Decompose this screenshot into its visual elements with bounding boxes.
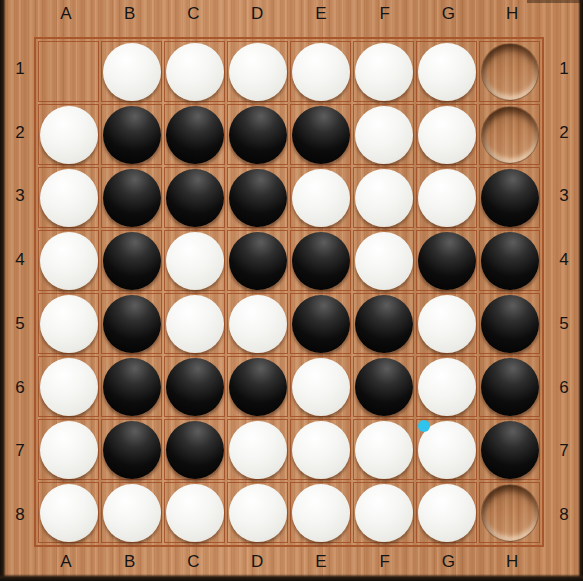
white-disc — [40, 358, 98, 416]
cell-C3[interactable] — [164, 167, 225, 228]
white-disc — [355, 421, 413, 479]
cell-D6[interactable] — [227, 356, 288, 417]
cell-B8[interactable] — [101, 482, 162, 543]
cell-D8[interactable] — [227, 482, 288, 543]
cell-D7[interactable] — [227, 419, 288, 480]
black-disc — [229, 232, 287, 290]
cell-G8[interactable] — [416, 482, 477, 543]
cell-B4[interactable] — [101, 230, 162, 291]
black-disc — [103, 295, 161, 353]
white-disc — [166, 484, 224, 542]
cell-H6[interactable] — [479, 356, 540, 417]
white-disc — [166, 295, 224, 353]
white-disc — [292, 358, 350, 416]
black-disc — [481, 295, 539, 353]
recessed-hole — [481, 484, 539, 542]
cell-G4[interactable] — [416, 230, 477, 291]
row-label-6: 6 — [8, 356, 32, 420]
cell-F7[interactable] — [353, 419, 414, 480]
row-label-8: 8 — [8, 483, 32, 547]
last-move-marker — [418, 420, 430, 432]
screen-edge-right — [578, 0, 583, 581]
black-disc — [481, 232, 539, 290]
black-disc — [103, 169, 161, 227]
cell-F1[interactable] — [353, 41, 414, 102]
row-label-2: 2 — [8, 101, 32, 165]
white-disc — [418, 295, 476, 353]
white-disc — [355, 484, 413, 542]
white-disc — [40, 295, 98, 353]
row-label-4: 4 — [552, 228, 576, 292]
cell-C4[interactable] — [164, 230, 225, 291]
row-label-8: 8 — [552, 483, 576, 547]
cell-E1[interactable] — [290, 41, 351, 102]
white-disc — [40, 232, 98, 290]
white-disc — [292, 169, 350, 227]
cell-D3[interactable] — [227, 167, 288, 228]
cell-C8[interactable] — [164, 482, 225, 543]
col-label-C: C — [162, 4, 226, 24]
col-label-C: C — [162, 552, 226, 572]
cell-B3[interactable] — [101, 167, 162, 228]
col-label-D: D — [225, 552, 289, 572]
cell-G5[interactable] — [416, 293, 477, 354]
cell-A8[interactable] — [38, 482, 99, 543]
cell-H7[interactable] — [479, 419, 540, 480]
col-label-H: H — [480, 552, 544, 572]
row-label-3: 3 — [8, 165, 32, 229]
black-disc — [418, 232, 476, 290]
cell-D5[interactable] — [227, 293, 288, 354]
cell-B7[interactable] — [101, 419, 162, 480]
cell-E5[interactable] — [290, 293, 351, 354]
cell-F8[interactable] — [353, 482, 414, 543]
row-label-4: 4 — [8, 228, 32, 292]
white-disc — [292, 43, 350, 101]
row-label-5: 5 — [552, 292, 576, 356]
col-label-H: H — [480, 4, 544, 24]
black-disc — [166, 106, 224, 164]
cell-G2[interactable] — [416, 104, 477, 165]
black-disc — [481, 358, 539, 416]
row-label-1: 1 — [8, 37, 32, 101]
black-disc — [229, 169, 287, 227]
white-disc — [229, 421, 287, 479]
black-disc — [292, 106, 350, 164]
cell-B5[interactable] — [101, 293, 162, 354]
black-disc — [481, 421, 539, 479]
cell-E3[interactable] — [290, 167, 351, 228]
white-disc — [418, 358, 476, 416]
white-disc — [418, 43, 476, 101]
black-disc — [103, 106, 161, 164]
board — [34, 37, 544, 547]
cell-F5[interactable] — [353, 293, 414, 354]
col-label-G: G — [417, 4, 481, 24]
row-label-7: 7 — [8, 420, 32, 484]
white-disc — [418, 106, 476, 164]
black-disc — [292, 295, 350, 353]
cell-A3[interactable] — [38, 167, 99, 228]
cell-G3[interactable] — [416, 167, 477, 228]
black-disc — [229, 358, 287, 416]
col-label-F: F — [353, 4, 417, 24]
white-disc — [229, 295, 287, 353]
row-label-5: 5 — [8, 292, 32, 356]
othello-app-screen: ABCDEFGH ABCDEFGH 12345678 12345678 — [0, 0, 583, 581]
cell-D2[interactable] — [227, 104, 288, 165]
white-disc — [40, 421, 98, 479]
col-label-B: B — [98, 4, 162, 24]
cell-E8[interactable] — [290, 482, 351, 543]
white-disc — [40, 484, 98, 542]
row-label-6: 6 — [552, 356, 576, 420]
black-disc — [166, 169, 224, 227]
white-disc — [166, 43, 224, 101]
black-disc — [103, 358, 161, 416]
cell-H8[interactable] — [479, 482, 540, 543]
white-disc — [166, 232, 224, 290]
cell-A1[interactable] — [38, 41, 99, 102]
col-label-G: G — [417, 552, 481, 572]
cell-H2[interactable] — [479, 104, 540, 165]
row-label-3: 3 — [552, 165, 576, 229]
row-label-1: 1 — [552, 37, 576, 101]
col-label-D: D — [225, 4, 289, 24]
white-disc — [355, 169, 413, 227]
col-label-E: E — [289, 552, 353, 572]
cell-H4[interactable] — [479, 230, 540, 291]
recessed-hole — [481, 106, 539, 164]
cell-B6[interactable] — [101, 356, 162, 417]
column-labels-top: ABCDEFGH — [34, 4, 544, 24]
cell-G7[interactable] — [416, 419, 477, 480]
screen-edge-bottom — [0, 574, 583, 581]
cell-F6[interactable] — [353, 356, 414, 417]
screen-edge-left — [0, 0, 6, 581]
cell-C5[interactable] — [164, 293, 225, 354]
row-labels-right: 12345678 — [552, 37, 576, 547]
col-label-F: F — [353, 552, 417, 572]
cell-D1[interactable] — [227, 41, 288, 102]
col-label-B: B — [98, 552, 162, 572]
cell-C7[interactable] — [164, 419, 225, 480]
cell-B2[interactable] — [101, 104, 162, 165]
cell-A6[interactable] — [38, 356, 99, 417]
cell-D4[interactable] — [227, 230, 288, 291]
cell-B1[interactable] — [101, 41, 162, 102]
white-disc — [355, 106, 413, 164]
cell-E4[interactable] — [290, 230, 351, 291]
black-disc — [103, 232, 161, 290]
cell-A7[interactable] — [38, 419, 99, 480]
black-disc — [166, 421, 224, 479]
col-label-A: A — [34, 552, 98, 572]
cell-G1[interactable] — [416, 41, 477, 102]
cell-A5[interactable] — [38, 293, 99, 354]
col-label-A: A — [34, 4, 98, 24]
cell-A2[interactable] — [38, 104, 99, 165]
white-disc — [292, 484, 350, 542]
cell-H1[interactable] — [479, 41, 540, 102]
white-disc — [229, 43, 287, 101]
cell-F2[interactable] — [353, 104, 414, 165]
white-disc — [418, 169, 476, 227]
white-disc — [103, 484, 161, 542]
column-labels-bottom: ABCDEFGH — [34, 552, 544, 572]
black-disc — [481, 169, 539, 227]
cell-E7[interactable] — [290, 419, 351, 480]
white-disc — [229, 484, 287, 542]
col-label-E: E — [289, 4, 353, 24]
cell-H5[interactable] — [479, 293, 540, 354]
black-disc — [229, 106, 287, 164]
white-disc — [418, 484, 476, 542]
white-disc — [355, 232, 413, 290]
white-disc — [40, 169, 98, 227]
cell-G6[interactable] — [416, 356, 477, 417]
row-labels-left: 12345678 — [8, 37, 32, 547]
black-disc — [166, 358, 224, 416]
row-label-2: 2 — [552, 101, 576, 165]
row-label-7: 7 — [552, 420, 576, 484]
cell-A4[interactable] — [38, 230, 99, 291]
cell-C1[interactable] — [164, 41, 225, 102]
black-disc — [355, 358, 413, 416]
black-disc — [355, 295, 413, 353]
white-disc — [40, 106, 98, 164]
black-disc — [292, 232, 350, 290]
cell-C6[interactable] — [164, 356, 225, 417]
cell-F3[interactable] — [353, 167, 414, 228]
cell-F4[interactable] — [353, 230, 414, 291]
recessed-hole — [481, 43, 539, 101]
white-disc — [103, 43, 161, 101]
screen-edge-top-right — [527, 0, 583, 3]
white-disc — [292, 421, 350, 479]
cell-E6[interactable] — [290, 356, 351, 417]
cell-H3[interactable] — [479, 167, 540, 228]
cell-C2[interactable] — [164, 104, 225, 165]
cell-E2[interactable] — [290, 104, 351, 165]
black-disc — [103, 421, 161, 479]
white-disc — [355, 43, 413, 101]
